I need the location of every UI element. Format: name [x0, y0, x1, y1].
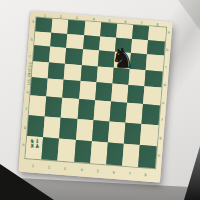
square-h2[interactable]	[42, 137, 60, 161]
square-a4[interactable]	[84, 21, 101, 36]
square-c3[interactable]	[65, 48, 82, 65]
square-a5[interactable]	[100, 23, 117, 38]
square-c6[interactable]: ♞	[114, 52, 131, 69]
square-d2[interactable]	[48, 62, 65, 80]
square-c2[interactable]	[49, 47, 66, 64]
square-b1[interactable]	[34, 31, 51, 47]
square-h5[interactable]	[90, 141, 108, 165]
square-e5[interactable]	[95, 82, 113, 101]
coordinate-label: 7	[136, 20, 148, 25]
chess-board[interactable]: 12345678 12345678 abcdefgh abcdefgh US C…	[18, 11, 172, 182]
square-a7[interactable]	[132, 25, 149, 40]
square-c4[interactable]	[82, 49, 99, 66]
square-e7[interactable]	[127, 85, 145, 104]
coordinate-label: 2	[43, 165, 55, 170]
coordinate-label: d	[161, 83, 166, 96]
coordinate-label: a	[165, 30, 170, 43]
square-b3[interactable]	[67, 33, 84, 49]
square-h4[interactable]	[74, 139, 92, 163]
square-a2[interactable]	[52, 19, 69, 34]
coordinate-label: c	[163, 65, 168, 78]
square-b2[interactable]	[50, 32, 67, 48]
coordinate-label: 5	[103, 18, 115, 23]
square-f8[interactable]	[142, 104, 160, 125]
coordinate-label: b	[164, 48, 169, 61]
black-knight[interactable]: ♞	[110, 47, 135, 71]
coordinate-label: g	[157, 136, 162, 149]
coordinate-label: 8	[152, 22, 164, 27]
square-d1[interactable]	[32, 61, 49, 79]
square-a6[interactable]	[116, 24, 133, 39]
coordinate-label: 8	[140, 172, 152, 177]
coordinate-label: 6	[120, 19, 132, 24]
square-h3[interactable]	[58, 138, 76, 162]
square-d4[interactable]	[80, 65, 97, 83]
coordinate-label: h	[156, 154, 161, 167]
coordinate-label: f	[158, 118, 163, 131]
square-f2[interactable]	[45, 96, 63, 117]
square-h1[interactable]: ♞♝♜♟	[25, 136, 43, 160]
square-f3[interactable]	[61, 98, 79, 119]
square-c8[interactable]	[146, 54, 163, 71]
square-c1[interactable]	[33, 45, 50, 62]
coordinate-label: 7	[124, 171, 136, 176]
square-g1[interactable]	[27, 115, 45, 137]
square-e3[interactable]	[63, 80, 81, 99]
square-e4[interactable]	[79, 81, 97, 100]
square-g4[interactable]	[76, 118, 94, 140]
coordinate-label: 4	[75, 167, 87, 172]
coordinate-label: 3	[71, 15, 83, 20]
brand-logo-chess-pieces: ♞♝♜♟	[27, 138, 43, 149]
square-g6[interactable]	[108, 121, 126, 143]
square-f4[interactable]	[77, 99, 95, 120]
coordinate-label: 2	[55, 14, 67, 19]
square-h6[interactable]	[106, 142, 124, 166]
square-g5[interactable]	[92, 120, 110, 142]
square-b4[interactable]	[83, 35, 100, 51]
square-h8[interactable]	[138, 144, 156, 168]
square-a8[interactable]	[148, 26, 165, 41]
square-b8[interactable]	[147, 40, 164, 56]
coordinate-label: 1	[39, 13, 51, 18]
square-f5[interactable]	[93, 100, 111, 121]
square-d8[interactable]	[145, 70, 162, 88]
square-f7[interactable]	[126, 103, 144, 124]
square-e8[interactable]	[143, 86, 161, 105]
square-g3[interactable]	[59, 117, 77, 139]
square-d3[interactable]	[64, 63, 81, 81]
coordinate-label: 3	[59, 166, 71, 171]
board-grid: ♞♞♝♜♟	[25, 17, 165, 168]
coordinate-label: e	[160, 101, 165, 114]
coordinate-label: 6	[108, 170, 120, 175]
coordinate-label: 4	[87, 17, 99, 22]
square-e1[interactable]	[30, 77, 48, 96]
square-h7[interactable]	[122, 143, 140, 167]
square-g2[interactable]	[43, 116, 61, 138]
square-g7[interactable]	[124, 122, 142, 144]
square-g8[interactable]	[140, 124, 158, 146]
photo-scene: 12345678 12345678 abcdefgh abcdefgh US C…	[0, 0, 200, 200]
square-f6[interactable]	[110, 102, 128, 123]
square-f1[interactable]	[29, 95, 47, 116]
coordinate-label: 5	[92, 168, 104, 173]
square-a1[interactable]	[35, 17, 52, 32]
square-a3[interactable]	[68, 20, 85, 35]
square-e6[interactable]	[111, 84, 129, 103]
coordinate-label: 1	[27, 163, 39, 168]
square-e2[interactable]	[47, 79, 65, 98]
